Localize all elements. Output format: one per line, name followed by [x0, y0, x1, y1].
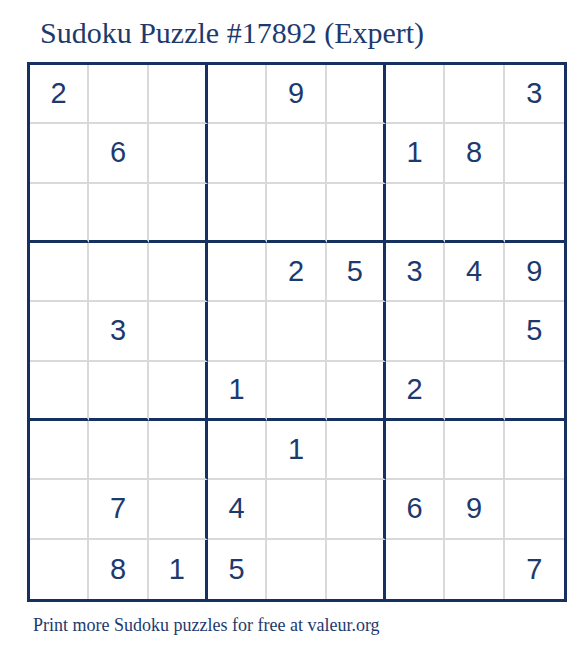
cell-r4c1	[30, 243, 89, 302]
cell-r1c8	[445, 65, 504, 124]
sudoku-grid: 293618253493512174698157	[27, 62, 567, 602]
cell-r2c1	[30, 124, 89, 183]
cell-r3c6	[327, 184, 386, 243]
cell-r7c8	[445, 421, 504, 480]
cell-r1c5: 9	[267, 65, 326, 124]
cell-r1c1: 2	[30, 65, 89, 124]
cell-r4c2	[89, 243, 148, 302]
cell-r9c7	[386, 540, 445, 599]
cell-r4c3	[149, 243, 208, 302]
cell-r9c9: 7	[505, 540, 564, 599]
cell-r5c5	[267, 302, 326, 361]
cell-r2c4	[208, 124, 267, 183]
cell-r7c4	[208, 421, 267, 480]
cell-r1c7	[386, 65, 445, 124]
cell-r7c2	[89, 421, 148, 480]
page-title: Sudoku Puzzle #17892 (Expert)	[40, 14, 424, 52]
cell-r2c3	[149, 124, 208, 183]
cell-r5c2: 3	[89, 302, 148, 361]
cell-r9c1	[30, 540, 89, 599]
cell-r2c5	[267, 124, 326, 183]
cell-r3c8	[445, 184, 504, 243]
cell-r6c6	[327, 362, 386, 421]
cell-r8c5	[267, 480, 326, 539]
cell-r4c6: 5	[327, 243, 386, 302]
cell-r8c7: 6	[386, 480, 445, 539]
cell-r7c7	[386, 421, 445, 480]
cell-r1c6	[327, 65, 386, 124]
cell-r7c3	[149, 421, 208, 480]
cell-r6c7: 2	[386, 362, 445, 421]
cell-r8c8: 9	[445, 480, 504, 539]
cell-r6c2	[89, 362, 148, 421]
cell-r9c3: 1	[149, 540, 208, 599]
cell-r3c5	[267, 184, 326, 243]
cell-r8c4: 4	[208, 480, 267, 539]
cell-r4c7: 3	[386, 243, 445, 302]
cell-r6c9	[505, 362, 564, 421]
footer-text: Print more Sudoku puzzles for free at va…	[33, 613, 380, 637]
cell-r9c2: 8	[89, 540, 148, 599]
cell-r9c6	[327, 540, 386, 599]
cell-r5c6	[327, 302, 386, 361]
cell-r5c3	[149, 302, 208, 361]
cell-r5c8	[445, 302, 504, 361]
cell-r5c1	[30, 302, 89, 361]
cell-r7c1	[30, 421, 89, 480]
page: Sudoku Puzzle #17892 (Expert) 2936182534…	[0, 0, 580, 651]
cell-r4c4	[208, 243, 267, 302]
cell-r4c5: 2	[267, 243, 326, 302]
cell-r3c1	[30, 184, 89, 243]
cell-r2c2: 6	[89, 124, 148, 183]
cell-r6c8	[445, 362, 504, 421]
cell-r7c6	[327, 421, 386, 480]
cell-r3c9	[505, 184, 564, 243]
cell-r8c2: 7	[89, 480, 148, 539]
cell-r5c4	[208, 302, 267, 361]
cell-r7c5: 1	[267, 421, 326, 480]
cell-r7c9	[505, 421, 564, 480]
cell-r5c9: 5	[505, 302, 564, 361]
cell-r6c4: 1	[208, 362, 267, 421]
cell-r5c7	[386, 302, 445, 361]
cell-r8c6	[327, 480, 386, 539]
cell-r1c9: 3	[505, 65, 564, 124]
cell-r8c1	[30, 480, 89, 539]
cell-r3c3	[149, 184, 208, 243]
cell-r6c3	[149, 362, 208, 421]
cell-r3c7	[386, 184, 445, 243]
cell-r3c4	[208, 184, 267, 243]
cell-r2c8: 8	[445, 124, 504, 183]
cell-r4c8: 4	[445, 243, 504, 302]
cell-r2c9	[505, 124, 564, 183]
cell-r1c3	[149, 65, 208, 124]
cell-r8c9	[505, 480, 564, 539]
cell-r2c6	[327, 124, 386, 183]
cell-r4c9: 9	[505, 243, 564, 302]
cell-r6c5	[267, 362, 326, 421]
cell-r9c5	[267, 540, 326, 599]
cell-r2c7: 1	[386, 124, 445, 183]
cell-r6c1	[30, 362, 89, 421]
cell-r1c2	[89, 65, 148, 124]
cell-r3c2	[89, 184, 148, 243]
cell-r8c3	[149, 480, 208, 539]
cell-r1c4	[208, 65, 267, 124]
cell-r9c8	[445, 540, 504, 599]
cell-r9c4: 5	[208, 540, 267, 599]
